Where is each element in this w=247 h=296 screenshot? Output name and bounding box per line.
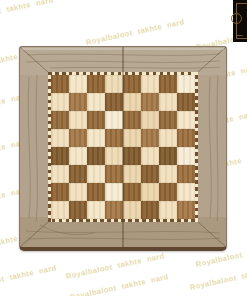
square-h1 — [177, 201, 195, 219]
square-a5 — [51, 129, 69, 147]
square-a1 — [51, 201, 69, 219]
square-c4 — [87, 147, 105, 165]
chess-board — [19, 46, 227, 251]
logo-emblem-icon — [231, 13, 242, 24]
square-g1 — [159, 201, 177, 219]
square-d3 — [105, 165, 123, 183]
square-b4 — [69, 147, 87, 165]
square-g3 — [159, 165, 177, 183]
square-d5 — [105, 129, 123, 147]
watermark-text: Royalbaloot takhte nard — [0, 263, 57, 293]
square-e5 — [123, 129, 141, 147]
square-b8 — [69, 75, 87, 93]
square-b3 — [69, 165, 87, 183]
square-h2 — [177, 183, 195, 201]
product-photo: Royalbaloot takhte nardRoyalbaloot takht… — [0, 0, 247, 296]
square-f3 — [141, 165, 159, 183]
square-a7 — [51, 93, 69, 111]
square-e1 — [123, 201, 141, 219]
square-f8 — [141, 75, 159, 93]
square-e7 — [123, 93, 141, 111]
board-fold-seam — [122, 47, 124, 247]
square-g2 — [159, 183, 177, 201]
square-f1 — [141, 201, 159, 219]
square-a3 — [51, 165, 69, 183]
square-e4 — [123, 147, 141, 165]
square-h6 — [177, 111, 195, 129]
square-g7 — [159, 93, 177, 111]
square-c8 — [87, 75, 105, 93]
square-d1 — [105, 201, 123, 219]
square-d4 — [105, 147, 123, 165]
square-a8 — [51, 75, 69, 93]
square-e8 — [123, 75, 141, 93]
square-a2 — [51, 183, 69, 201]
square-g4 — [159, 147, 177, 165]
square-f4 — [141, 147, 159, 165]
square-c6 — [87, 111, 105, 129]
square-g8 — [159, 75, 177, 93]
square-c3 — [87, 165, 105, 183]
watermark-text: Royalbaloot takhte nard — [0, 0, 54, 25]
brand-logo-icon — [233, 0, 247, 42]
square-h4 — [177, 147, 195, 165]
square-g6 — [159, 111, 177, 129]
square-b2 — [69, 183, 87, 201]
square-c5 — [87, 129, 105, 147]
square-b6 — [69, 111, 87, 129]
square-d8 — [105, 75, 123, 93]
square-d2 — [105, 183, 123, 201]
square-h7 — [177, 93, 195, 111]
square-b1 — [69, 201, 87, 219]
square-c2 — [87, 183, 105, 201]
square-h8 — [177, 75, 195, 93]
square-f5 — [141, 129, 159, 147]
square-a6 — [51, 111, 69, 129]
square-e6 — [123, 111, 141, 129]
square-e2 — [123, 183, 141, 201]
square-h5 — [177, 129, 195, 147]
square-f2 — [141, 183, 159, 201]
square-b7 — [69, 93, 87, 111]
square-c1 — [87, 201, 105, 219]
watermark-text: Royalbaloot takhte nard — [85, 17, 185, 47]
square-b5 — [69, 129, 87, 147]
square-d6 — [105, 111, 123, 129]
square-e3 — [123, 165, 141, 183]
square-h3 — [177, 165, 195, 183]
square-c7 — [87, 93, 105, 111]
square-a4 — [51, 147, 69, 165]
square-g5 — [159, 129, 177, 147]
stitch-border-right — [195, 72, 198, 222]
square-d7 — [105, 93, 123, 111]
square-f6 — [141, 111, 159, 129]
square-f7 — [141, 93, 159, 111]
